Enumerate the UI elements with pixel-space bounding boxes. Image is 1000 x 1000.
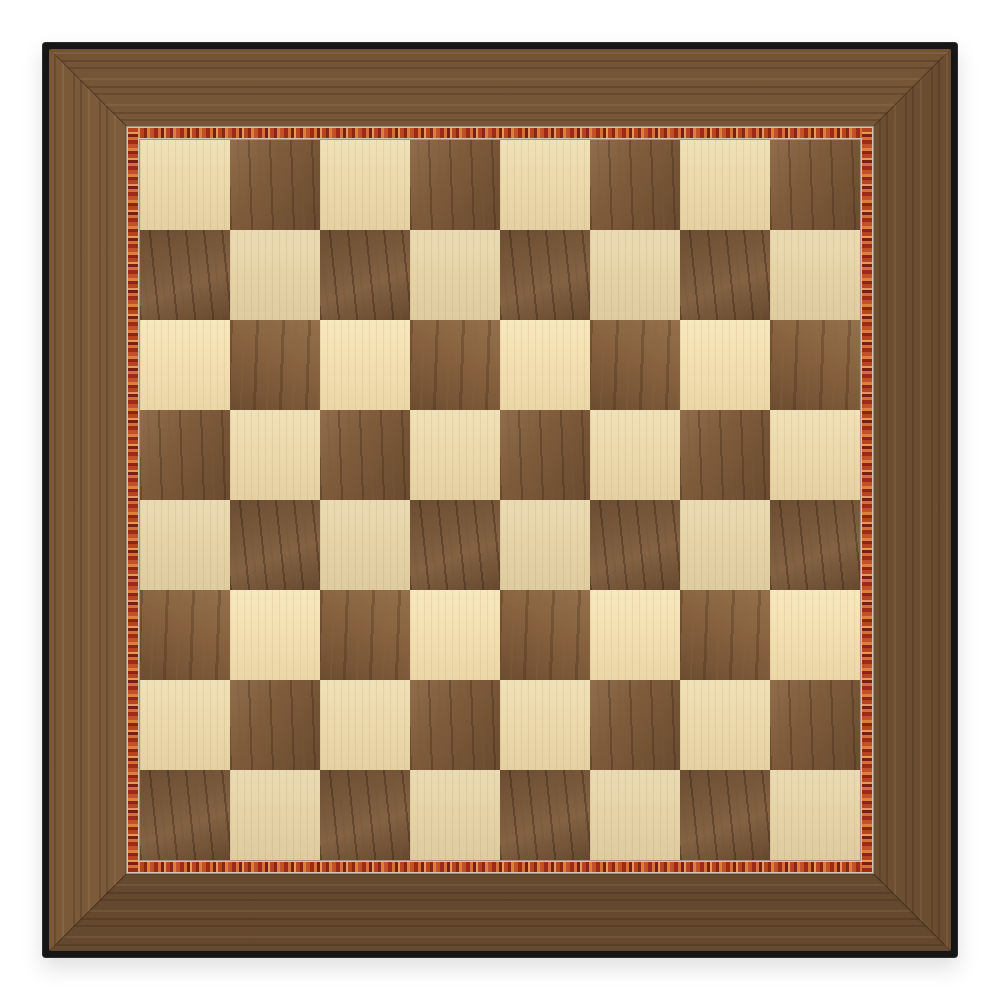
square-g1[interactable] bbox=[680, 770, 770, 860]
square-d4[interactable] bbox=[410, 500, 500, 590]
square-d8[interactable] bbox=[410, 140, 500, 230]
square-c8[interactable] bbox=[320, 140, 410, 230]
square-e1[interactable] bbox=[500, 770, 590, 860]
square-f8[interactable] bbox=[590, 140, 680, 230]
square-d2[interactable] bbox=[410, 680, 500, 770]
square-f2[interactable] bbox=[590, 680, 680, 770]
square-a8[interactable] bbox=[140, 140, 230, 230]
square-a5[interactable] bbox=[140, 410, 230, 500]
square-e6[interactable] bbox=[500, 320, 590, 410]
square-f6[interactable] bbox=[590, 320, 680, 410]
square-a6[interactable] bbox=[140, 320, 230, 410]
square-a4[interactable] bbox=[140, 500, 230, 590]
square-g6[interactable] bbox=[680, 320, 770, 410]
square-e8[interactable] bbox=[500, 140, 590, 230]
square-b2[interactable] bbox=[230, 680, 320, 770]
square-f1[interactable] bbox=[590, 770, 680, 860]
square-h2[interactable] bbox=[770, 680, 860, 770]
square-b3[interactable] bbox=[230, 590, 320, 680]
square-d7[interactable] bbox=[410, 230, 500, 320]
square-f4[interactable] bbox=[590, 500, 680, 590]
square-b7[interactable] bbox=[230, 230, 320, 320]
square-e4[interactable] bbox=[500, 500, 590, 590]
square-f5[interactable] bbox=[590, 410, 680, 500]
square-d5[interactable] bbox=[410, 410, 500, 500]
square-e2[interactable] bbox=[500, 680, 590, 770]
mosaic-inlay-top bbox=[128, 128, 872, 138]
mosaic-inlay-left bbox=[128, 128, 138, 872]
square-c6[interactable] bbox=[320, 320, 410, 410]
chess-board bbox=[42, 42, 958, 958]
square-h8[interactable] bbox=[770, 140, 860, 230]
square-h1[interactable] bbox=[770, 770, 860, 860]
square-g2[interactable] bbox=[680, 680, 770, 770]
square-b5[interactable] bbox=[230, 410, 320, 500]
square-h3[interactable] bbox=[770, 590, 860, 680]
square-c4[interactable] bbox=[320, 500, 410, 590]
square-h7[interactable] bbox=[770, 230, 860, 320]
square-d3[interactable] bbox=[410, 590, 500, 680]
square-b4[interactable] bbox=[230, 500, 320, 590]
square-b8[interactable] bbox=[230, 140, 320, 230]
photo-background bbox=[0, 0, 1000, 1000]
square-c2[interactable] bbox=[320, 680, 410, 770]
square-h5[interactable] bbox=[770, 410, 860, 500]
square-a1[interactable] bbox=[140, 770, 230, 860]
playing-area bbox=[140, 140, 860, 860]
square-e7[interactable] bbox=[500, 230, 590, 320]
square-g5[interactable] bbox=[680, 410, 770, 500]
square-g8[interactable] bbox=[680, 140, 770, 230]
square-b1[interactable] bbox=[230, 770, 320, 860]
square-h4[interactable] bbox=[770, 500, 860, 590]
square-a7[interactable] bbox=[140, 230, 230, 320]
square-f7[interactable] bbox=[590, 230, 680, 320]
mosaic-inlay-right bbox=[862, 128, 872, 872]
square-g3[interactable] bbox=[680, 590, 770, 680]
square-c1[interactable] bbox=[320, 770, 410, 860]
square-b6[interactable] bbox=[230, 320, 320, 410]
square-g4[interactable] bbox=[680, 500, 770, 590]
square-c5[interactable] bbox=[320, 410, 410, 500]
mosaic-inlay-bottom bbox=[128, 862, 872, 872]
square-g7[interactable] bbox=[680, 230, 770, 320]
square-a2[interactable] bbox=[140, 680, 230, 770]
square-h6[interactable] bbox=[770, 320, 860, 410]
square-c7[interactable] bbox=[320, 230, 410, 320]
square-c3[interactable] bbox=[320, 590, 410, 680]
square-d6[interactable] bbox=[410, 320, 500, 410]
square-d1[interactable] bbox=[410, 770, 500, 860]
square-e3[interactable] bbox=[500, 590, 590, 680]
square-f3[interactable] bbox=[590, 590, 680, 680]
square-e5[interactable] bbox=[500, 410, 590, 500]
square-a3[interactable] bbox=[140, 590, 230, 680]
